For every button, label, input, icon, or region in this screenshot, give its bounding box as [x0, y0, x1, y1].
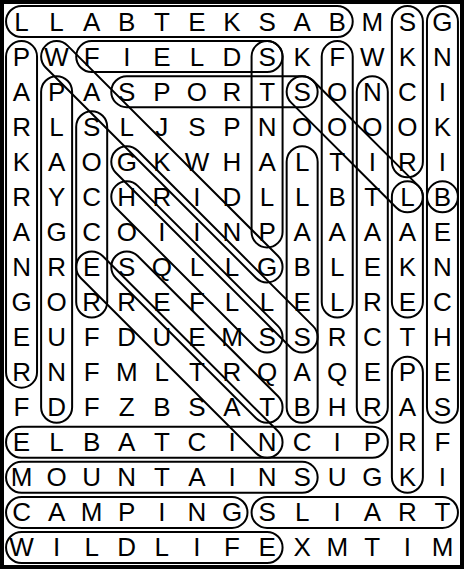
grid-cell[interactable]: U [320, 460, 355, 495]
grid-cell[interactable]: M [4, 460, 39, 495]
grid-cell[interactable]: I [179, 530, 214, 565]
grid-cell[interactable]: L [320, 249, 355, 284]
grid-cell[interactable]: K [425, 109, 460, 144]
grid-cell[interactable]: L [109, 109, 144, 144]
grid-cell[interactable]: S [285, 320, 320, 355]
grid-cell[interactable]: E [425, 355, 460, 390]
grid-cell[interactable]: K [4, 144, 39, 179]
grid-cell[interactable]: L [320, 285, 355, 320]
grid-cell[interactable]: T [144, 4, 179, 39]
grid-cell[interactable]: A [355, 495, 390, 530]
grid-cell[interactable]: S [109, 74, 144, 109]
grid-cell[interactable]: B [285, 249, 320, 284]
grid-cell[interactable]: A [355, 214, 390, 249]
grid-cell[interactable]: R [390, 495, 425, 530]
grid-cell[interactable]: R [320, 320, 355, 355]
grid-cell[interactable]: R [4, 355, 39, 390]
grid-cell[interactable]: S [179, 390, 214, 425]
grid-cell[interactable]: B [285, 390, 320, 425]
grid-cell[interactable]: P [390, 355, 425, 390]
grid-cell[interactable]: G [425, 4, 460, 39]
grid-cell[interactable]: K [144, 144, 179, 179]
grid-cell[interactable]: E [179, 4, 214, 39]
grid-cell[interactable]: I [39, 530, 74, 565]
grid-cell[interactable]: T [355, 530, 390, 565]
grid-cell[interactable]: H [320, 390, 355, 425]
grid-cell[interactable]: E [4, 320, 39, 355]
grid-cell[interactable]: L [285, 495, 320, 530]
grid-cell[interactable]: F [214, 530, 249, 565]
grid-cell[interactable]: K [390, 249, 425, 284]
grid-cell[interactable]: B [425, 179, 460, 214]
grid-cell[interactable]: L [179, 39, 214, 74]
grid-cell[interactable]: G [109, 144, 144, 179]
grid-cell[interactable]: I [355, 144, 390, 179]
grid-cell[interactable]: R [355, 285, 390, 320]
grid-cell[interactable]: P [355, 425, 390, 460]
grid-cell[interactable]: U [39, 320, 74, 355]
word-search-board: LLABTEKSABMSGPWFIELDSKFWKNAPASPORTSONCIR… [0, 0, 464, 569]
grid-cell[interactable]: L [214, 285, 249, 320]
grid-cell[interactable]: I [425, 144, 460, 179]
grid-cell[interactable]: C [4, 495, 39, 530]
grid-cell[interactable]: A [4, 74, 39, 109]
grid-cell[interactable]: S [250, 39, 285, 74]
grid-cell[interactable]: B [320, 179, 355, 214]
grid-cell[interactable]: E [74, 249, 109, 284]
grid-cell[interactable]: F [74, 355, 109, 390]
grid-cell[interactable]: N [250, 109, 285, 144]
grid-cell[interactable]: M [214, 320, 249, 355]
grid-cell[interactable]: I [425, 460, 460, 495]
grid-cell[interactable]: A [285, 214, 320, 249]
grid-cell[interactable]: O [355, 109, 390, 144]
grid-cell[interactable]: H [214, 144, 249, 179]
grid-cell[interactable]: S [250, 4, 285, 39]
grid-cell[interactable]: U [144, 320, 179, 355]
grid-cell[interactable]: A [285, 4, 320, 39]
grid-cell[interactable]: Y [39, 179, 74, 214]
grid-cell[interactable]: M [74, 495, 109, 530]
grid-cell[interactable]: E [355, 249, 390, 284]
grid-cell[interactable]: S [285, 74, 320, 109]
grid-cell[interactable]: L [144, 355, 179, 390]
grid-cell[interactable]: M [109, 355, 144, 390]
grid-cell[interactable]: W [355, 39, 390, 74]
grid-cell[interactable]: N [4, 249, 39, 284]
grid-cell[interactable]: I [425, 74, 460, 109]
grid-cell[interactable]: S [109, 249, 144, 284]
grid-cell[interactable]: C [390, 74, 425, 109]
grid-cell[interactable]: A [214, 390, 249, 425]
grid-cell[interactable]: A [39, 144, 74, 179]
grid-cell[interactable]: I [214, 460, 249, 495]
grid-cell[interactable]: L [285, 144, 320, 179]
grid-cell[interactable]: L [39, 4, 74, 39]
grid-cell[interactable]: K [390, 39, 425, 74]
grid-cell[interactable]: I [144, 495, 179, 530]
grid-cell[interactable]: A [39, 495, 74, 530]
grid-cell[interactable]: L [4, 4, 39, 39]
grid-cell[interactable]: N [250, 460, 285, 495]
grid-cell[interactable]: O [39, 285, 74, 320]
grid-cell[interactable]: R [390, 425, 425, 460]
grid-cell[interactable]: O [74, 144, 109, 179]
grid-cell[interactable]: Q [250, 355, 285, 390]
grid-cell[interactable]: L [285, 179, 320, 214]
grid-cell[interactable]: C [179, 425, 214, 460]
grid-cell[interactable]: A [74, 4, 109, 39]
grid-cell[interactable]: G [355, 460, 390, 495]
grid-cell[interactable]: B [144, 390, 179, 425]
grid-cell[interactable]: A [390, 214, 425, 249]
grid-cell[interactable]: I [214, 425, 249, 460]
grid-cell[interactable]: L [39, 425, 74, 460]
grid-cell[interactable]: T [390, 320, 425, 355]
grid-cell[interactable]: P [4, 39, 39, 74]
grid-cell[interactable]: L [39, 109, 74, 144]
grid-cell[interactable]: H [109, 179, 144, 214]
grid-cell[interactable]: G [4, 285, 39, 320]
grid-cell[interactable]: O [109, 214, 144, 249]
grid-cell[interactable]: Z [109, 390, 144, 425]
grid-cell[interactable]: R [4, 109, 39, 144]
grid-cell[interactable]: A [179, 460, 214, 495]
grid-cell[interactable]: R [214, 355, 249, 390]
grid-cell[interactable]: Q [144, 249, 179, 284]
grid-cell[interactable]: T [144, 425, 179, 460]
grid-cell[interactable]: E [179, 320, 214, 355]
grid-cell[interactable]: O [285, 109, 320, 144]
grid-cell[interactable]: P [109, 495, 144, 530]
grid-cell[interactable]: I [179, 179, 214, 214]
grid-cell[interactable]: G [39, 214, 74, 249]
grid-cell[interactable]: L [144, 530, 179, 565]
grid-cell[interactable]: S [250, 495, 285, 530]
grid-cell[interactable]: A [74, 74, 109, 109]
grid-cell[interactable]: E [144, 285, 179, 320]
grid-cell[interactable]: J [144, 109, 179, 144]
grid-cell[interactable]: I [390, 530, 425, 565]
grid-cell[interactable]: X [285, 530, 320, 565]
grid-cell[interactable]: F [179, 285, 214, 320]
grid-cell[interactable]: N [214, 214, 249, 249]
grid-cell[interactable]: O [320, 74, 355, 109]
grid-cell[interactable]: P [214, 109, 249, 144]
grid-cell[interactable]: N [109, 460, 144, 495]
grid-cell[interactable]: L [250, 179, 285, 214]
grid-cell[interactable]: C [74, 179, 109, 214]
grid-cell[interactable]: E [4, 425, 39, 460]
grid-cell[interactable]: C [425, 285, 460, 320]
grid-cell[interactable]: W [4, 530, 39, 565]
grid-cell[interactable]: S [390, 4, 425, 39]
grid-cell[interactable]: R [390, 144, 425, 179]
grid-cell[interactable]: N [425, 249, 460, 284]
grid-cell[interactable]: A [109, 425, 144, 460]
grid-cell[interactable]: I [320, 425, 355, 460]
grid-cell[interactable]: F [320, 39, 355, 74]
grid-cell[interactable]: P [250, 214, 285, 249]
grid-cell[interactable]: K [214, 4, 249, 39]
grid-cell[interactable]: C [74, 214, 109, 249]
grid-cell[interactable]: I [109, 39, 144, 74]
grid-cell[interactable]: S [425, 390, 460, 425]
grid-cell[interactable]: L [74, 530, 109, 565]
grid-cell[interactable]: T [144, 460, 179, 495]
grid-cell[interactable]: E [144, 39, 179, 74]
grid-cell[interactable]: T [179, 355, 214, 390]
grid-cell[interactable]: T [425, 495, 460, 530]
grid-cell[interactable]: D [39, 390, 74, 425]
grid-cell[interactable]: F [74, 39, 109, 74]
grid-cell[interactable]: N [355, 74, 390, 109]
grid-cell[interactable]: M [355, 4, 390, 39]
grid-cell[interactable]: F [74, 320, 109, 355]
grid-cell[interactable]: P [39, 74, 74, 109]
grid-cell[interactable]: A [320, 214, 355, 249]
grid-cell[interactable]: L [390, 179, 425, 214]
word-search-grid: LLABTEKSABMSGPWFIELDSKFWKNAPASPORTSONCIR… [4, 4, 460, 565]
grid-cell[interactable]: M [320, 530, 355, 565]
grid-cell[interactable]: E [390, 285, 425, 320]
grid-cell[interactable]: A [285, 355, 320, 390]
grid-cell[interactable]: B [320, 4, 355, 39]
grid-cell[interactable]: R [39, 249, 74, 284]
grid-cell[interactable]: T [355, 179, 390, 214]
grid-cell[interactable]: K [285, 39, 320, 74]
grid-cell[interactable]: C [285, 425, 320, 460]
grid-cell[interactable]: D [214, 39, 249, 74]
grid-cell[interactable]: S [250, 320, 285, 355]
grid-cell[interactable]: A [4, 214, 39, 249]
grid-cell[interactable]: R [355, 390, 390, 425]
grid-cell[interactable]: L [214, 249, 249, 284]
grid-cell[interactable]: I [179, 214, 214, 249]
grid-cell[interactable]: N [179, 495, 214, 530]
grid-cell[interactable]: K [390, 460, 425, 495]
grid-cell[interactable]: G [214, 495, 249, 530]
grid-cell[interactable]: Q [320, 355, 355, 390]
grid-cell[interactable]: B [109, 4, 144, 39]
grid-cell[interactable]: O [179, 74, 214, 109]
grid-cell[interactable]: D [109, 530, 144, 565]
grid-cell[interactable]: F [74, 390, 109, 425]
grid-cell[interactable]: P [144, 74, 179, 109]
grid-cell[interactable]: N [39, 355, 74, 390]
grid-cell[interactable]: W [179, 144, 214, 179]
grid-cell[interactable]: L [250, 285, 285, 320]
grid-cell[interactable]: A [250, 144, 285, 179]
grid-cell[interactable]: D [214, 179, 249, 214]
grid-cell[interactable]: N [425, 39, 460, 74]
grid-cell[interactable]: G [250, 249, 285, 284]
grid-cell[interactable]: E [425, 214, 460, 249]
grid-cell[interactable]: R [109, 285, 144, 320]
grid-cell[interactable]: W [39, 39, 74, 74]
grid-cell[interactable]: E [285, 285, 320, 320]
grid-cell[interactable]: F [425, 425, 460, 460]
grid-cell[interactable]: A [390, 390, 425, 425]
grid-cell[interactable]: N [250, 425, 285, 460]
grid-cell[interactable]: O [39, 460, 74, 495]
grid-cell[interactable]: D [109, 320, 144, 355]
grid-cell[interactable]: R [214, 74, 249, 109]
grid-cell[interactable]: S [179, 109, 214, 144]
grid-cell[interactable]: R [4, 179, 39, 214]
grid-cell[interactable]: T [250, 390, 285, 425]
grid-cell[interactable]: M [425, 530, 460, 565]
grid-cell[interactable]: R [144, 179, 179, 214]
grid-cell[interactable]: T [250, 74, 285, 109]
grid-cell[interactable]: S [74, 109, 109, 144]
grid-cell[interactable]: S [285, 460, 320, 495]
grid-cell[interactable]: T [320, 144, 355, 179]
grid-cell[interactable]: B [74, 425, 109, 460]
grid-cell[interactable]: F [4, 390, 39, 425]
grid-cell[interactable]: E [355, 355, 390, 390]
grid-cell[interactable]: C [355, 320, 390, 355]
grid-cell[interactable]: U [74, 460, 109, 495]
grid-cell[interactable]: I [144, 214, 179, 249]
grid-cell[interactable]: O [320, 109, 355, 144]
grid-cell[interactable]: O [390, 109, 425, 144]
grid-cell[interactable]: I [320, 495, 355, 530]
grid-cell[interactable]: L [179, 249, 214, 284]
grid-cell[interactable]: R [74, 285, 109, 320]
grid-cell[interactable]: E [250, 530, 285, 565]
grid-cell[interactable]: H [425, 320, 460, 355]
